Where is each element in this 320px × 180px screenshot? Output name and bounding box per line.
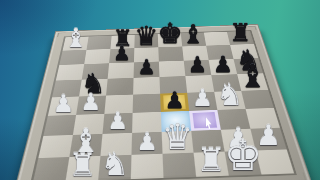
piece-black-pawn-d6[interactable]: ♟	[137, 57, 155, 77]
piece-white-pawn-b4[interactable]: ♟	[81, 91, 102, 114]
piece-black-rook-h8[interactable]: ♜	[229, 21, 251, 46]
square-d4[interactable]	[133, 94, 161, 113]
piece-black-pawn-c7[interactable]: ♟	[113, 44, 131, 64]
piece-white-bishop-a8[interactable]: ♝	[64, 25, 87, 51]
piece-black-pawn-e4[interactable]: ♟	[164, 89, 184, 112]
piece-black-pawn-g6[interactable]: ♟	[213, 53, 233, 75]
square-d1[interactable]	[131, 154, 164, 179]
frame-corner-arrow-icon	[293, 172, 307, 180]
piece-white-knight-c1[interactable]: ♞	[100, 148, 129, 180]
piece-white-pawn-d2[interactable]: ♟	[136, 130, 158, 154]
piece-black-pawn-f6[interactable]: ♟	[188, 55, 207, 76]
piece-white-pawn-a4[interactable]: ♟	[53, 91, 75, 115]
piece-white-rook-f1[interactable]: ♜	[197, 144, 226, 176]
piece-white-pawn-c3[interactable]: ♟	[107, 110, 128, 134]
square-c6[interactable]	[108, 62, 134, 78]
square-f3[interactable]	[189, 110, 221, 131]
piece-white-queen-e2[interactable]: ♛	[162, 119, 193, 154]
piece-white-knight-g4[interactable]: ♞	[216, 80, 243, 110]
piece-white-king-g1[interactable]: ♚	[224, 134, 262, 176]
square-d5[interactable]	[133, 77, 160, 95]
square-a1[interactable]	[33, 157, 70, 180]
piece-black-bishop-f8[interactable]: ♝	[182, 22, 205, 47]
square-e6[interactable]	[159, 61, 186, 77]
square-c5[interactable]	[106, 78, 133, 96]
piece-white-pawn-f4[interactable]: ♟	[192, 87, 213, 111]
square-g8[interactable]	[204, 32, 230, 46]
piece-white-rook-b1[interactable]: ♜	[69, 149, 98, 180]
square-a6[interactable]	[56, 64, 84, 80]
square-b8[interactable]	[86, 36, 111, 50]
piece-black-king-e8[interactable]: ♚	[157, 20, 182, 48]
screen: ♜♝♚♛♜♝♟♞♟♟♟♝♞♞♟♟♟♟♟♟♟♛♟♝♚♜♞♜	[0, 0, 320, 180]
piece-black-queen-d8[interactable]: ♛	[135, 23, 159, 49]
square-b7[interactable]	[84, 49, 110, 64]
